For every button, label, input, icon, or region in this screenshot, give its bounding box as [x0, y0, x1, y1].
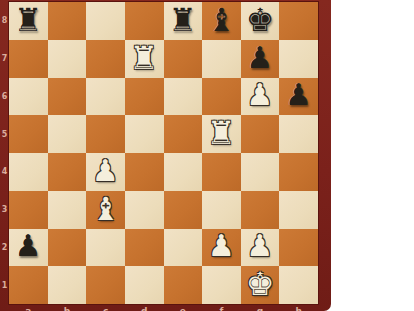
file-label-b: b — [48, 303, 87, 311]
square-d4[interactable] — [125, 153, 164, 191]
square-g7[interactable]: ♟ — [241, 40, 280, 78]
square-c5[interactable] — [86, 115, 125, 153]
square-e1[interactable] — [164, 266, 203, 304]
white-rook[interactable]: ♜ — [207, 117, 236, 149]
square-g5[interactable] — [241, 115, 280, 153]
white-pawn[interactable]: ♟ — [208, 231, 235, 261]
square-f3[interactable] — [202, 191, 241, 229]
black-king[interactable]: ♚ — [246, 4, 275, 36]
square-f1[interactable] — [202, 266, 241, 304]
square-e5[interactable] — [164, 115, 203, 153]
square-d6[interactable] — [125, 78, 164, 116]
square-g2[interactable]: ♟ — [241, 229, 280, 267]
square-b7[interactable] — [48, 40, 87, 78]
square-c3[interactable]: ♝ — [86, 191, 125, 229]
square-f2[interactable]: ♟ — [202, 229, 241, 267]
black-pawn[interactable]: ♟ — [285, 80, 312, 110]
rank-labels: 87654321 — [0, 2, 9, 304]
square-b8[interactable] — [48, 2, 87, 40]
square-d2[interactable] — [125, 229, 164, 267]
file-label-e: e — [164, 303, 203, 311]
square-f8[interactable]: ♝ — [202, 2, 241, 40]
square-c1[interactable] — [86, 266, 125, 304]
square-f7[interactable] — [202, 40, 241, 78]
square-g4[interactable] — [241, 153, 280, 191]
square-a7[interactable] — [9, 40, 48, 78]
square-g1[interactable]: ♚ — [241, 266, 280, 304]
chess-board[interactable]: ♜♜♝♚♜♟♟♟♜♟♝♟♟♟♚ — [9, 2, 318, 304]
rank-label-3: 3 — [0, 191, 9, 229]
rank-label-2: 2 — [0, 229, 9, 267]
square-b5[interactable] — [48, 115, 87, 153]
rank-label-7: 7 — [0, 40, 9, 78]
rank-label-5: 5 — [0, 115, 9, 153]
square-c8[interactable] — [86, 2, 125, 40]
square-d1[interactable] — [125, 266, 164, 304]
file-label-c: c — [86, 303, 125, 311]
square-c4[interactable]: ♟ — [86, 153, 125, 191]
rank-label-4: 4 — [0, 153, 9, 191]
square-a3[interactable] — [9, 191, 48, 229]
board-frame: 87654321 ♜♜♝♚♜♟♟♟♜♟♝♟♟♟♚ abcdefgh — [0, 0, 331, 311]
square-f4[interactable] — [202, 153, 241, 191]
black-rook[interactable]: ♜ — [14, 4, 43, 36]
square-b2[interactable] — [48, 229, 87, 267]
file-label-d: d — [125, 303, 164, 311]
file-label-g: g — [241, 303, 280, 311]
square-h2[interactable] — [279, 229, 318, 267]
black-bishop[interactable]: ♝ — [207, 4, 236, 36]
square-a8[interactable]: ♜ — [9, 2, 48, 40]
square-b3[interactable] — [48, 191, 87, 229]
square-f5[interactable]: ♜ — [202, 115, 241, 153]
square-e3[interactable] — [164, 191, 203, 229]
square-a2[interactable]: ♟ — [9, 229, 48, 267]
square-c6[interactable] — [86, 78, 125, 116]
square-d7[interactable]: ♜ — [125, 40, 164, 78]
white-pawn[interactable]: ♟ — [92, 156, 119, 186]
file-label-a: a — [9, 303, 48, 311]
black-rook[interactable]: ♜ — [168, 4, 197, 36]
square-g3[interactable] — [241, 191, 280, 229]
square-a6[interactable] — [9, 78, 48, 116]
square-h5[interactable] — [279, 115, 318, 153]
square-h3[interactable] — [279, 191, 318, 229]
rank-label-1: 1 — [0, 266, 9, 304]
square-b1[interactable] — [48, 266, 87, 304]
square-h1[interactable] — [279, 266, 318, 304]
square-e6[interactable] — [164, 78, 203, 116]
black-pawn[interactable]: ♟ — [15, 231, 42, 261]
white-pawn[interactable]: ♟ — [247, 80, 274, 110]
square-e2[interactable] — [164, 229, 203, 267]
square-e4[interactable] — [164, 153, 203, 191]
square-a1[interactable] — [9, 266, 48, 304]
square-b6[interactable] — [48, 78, 87, 116]
black-pawn[interactable]: ♟ — [247, 43, 274, 73]
square-g8[interactable]: ♚ — [241, 2, 280, 40]
square-f6[interactable] — [202, 78, 241, 116]
square-a4[interactable] — [9, 153, 48, 191]
square-c7[interactable] — [86, 40, 125, 78]
square-h8[interactable] — [279, 2, 318, 40]
file-labels: abcdefgh — [9, 303, 318, 311]
file-label-h: h — [279, 303, 318, 311]
rank-label-8: 8 — [0, 2, 9, 40]
square-b4[interactable] — [48, 153, 87, 191]
white-king[interactable]: ♚ — [246, 268, 275, 300]
rank-label-6: 6 — [0, 78, 9, 116]
square-d3[interactable] — [125, 191, 164, 229]
file-label-f: f — [202, 303, 241, 311]
square-h7[interactable] — [279, 40, 318, 78]
square-c2[interactable] — [86, 229, 125, 267]
square-h6[interactable]: ♟ — [279, 78, 318, 116]
chess-diagram: 87654321 ♜♜♝♚♜♟♟♟♜♟♝♟♟♟♚ abcdefgh — [0, 0, 414, 311]
square-e7[interactable] — [164, 40, 203, 78]
white-bishop[interactable]: ♝ — [91, 193, 120, 225]
square-e8[interactable]: ♜ — [164, 2, 203, 40]
square-d8[interactable] — [125, 2, 164, 40]
square-d5[interactable] — [125, 115, 164, 153]
white-pawn[interactable]: ♟ — [247, 231, 274, 261]
square-h4[interactable] — [279, 153, 318, 191]
square-a5[interactable] — [9, 115, 48, 153]
square-g6[interactable]: ♟ — [241, 78, 280, 116]
white-rook[interactable]: ♜ — [130, 42, 159, 74]
